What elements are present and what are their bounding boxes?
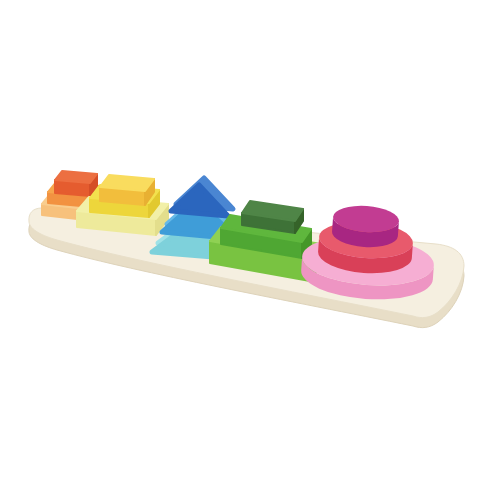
product-photo <box>0 0 500 500</box>
yellow-rectangle-small-top <box>100 175 154 191</box>
orange-trapezoid-small-top <box>55 171 97 183</box>
product-photo-stage <box>0 0 500 500</box>
